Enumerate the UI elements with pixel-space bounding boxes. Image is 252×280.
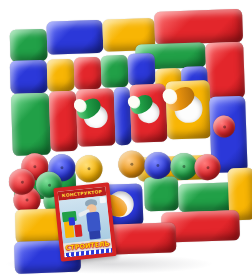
label-photo-boy-builder xyxy=(59,196,111,244)
cylinder-center-dimple xyxy=(33,165,36,168)
red-brick xyxy=(154,9,243,45)
blue-brick xyxy=(127,53,155,86)
red-brick xyxy=(49,91,78,152)
green-cylinder xyxy=(169,152,197,180)
cylinder-center-dimple xyxy=(47,183,50,186)
green-brick xyxy=(144,176,179,211)
cylinder-center-dimple xyxy=(20,180,23,183)
yellow-arch-block xyxy=(165,80,211,140)
red-brick xyxy=(205,42,245,99)
label-house-blue-block xyxy=(68,217,75,226)
label-boy-legs xyxy=(89,230,101,239)
blue-brick xyxy=(10,60,48,94)
label-corner-badge xyxy=(100,197,107,204)
green-brick xyxy=(11,93,51,156)
cylinder-center-dimple xyxy=(25,198,28,201)
green-brick xyxy=(178,182,235,212)
cylinder-center-dimple xyxy=(182,164,185,167)
cylinder-center-dimple xyxy=(223,125,226,128)
green-brick xyxy=(10,29,48,62)
cylinder-center-dimple xyxy=(130,162,133,165)
yellow-brick xyxy=(47,59,75,92)
product-label-card: КОНСТРУКТОР СТРОИТЕЛЬ xyxy=(53,182,116,261)
blue-brick xyxy=(46,20,103,55)
cylinder-center-dimple xyxy=(60,166,63,169)
orange-cylinder xyxy=(117,150,145,178)
red-arch-block xyxy=(76,88,116,146)
block-stack xyxy=(0,0,252,280)
blue-cylinder xyxy=(143,151,171,179)
green-brick xyxy=(101,55,129,88)
label-house-red-block xyxy=(74,224,82,237)
toy-blocks-product-photo: КОНСТРУКТОР СТРОИТЕЛЬ xyxy=(0,0,252,280)
red-cylinder xyxy=(194,154,221,181)
red-brick xyxy=(74,57,102,90)
cylinder-center-dimple xyxy=(206,166,209,169)
yellow-cylinder xyxy=(74,154,102,182)
cylinder-center-dimple xyxy=(87,167,90,170)
cylinder-center-dimple xyxy=(156,163,159,166)
